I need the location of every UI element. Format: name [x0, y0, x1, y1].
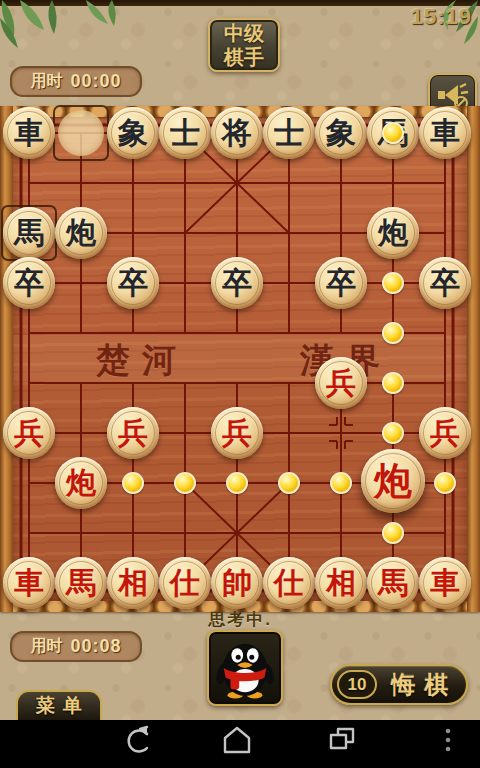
board-piece-red[interactable]: 馬: [55, 557, 107, 609]
board-piece-red[interactable]: 仕: [263, 557, 315, 609]
board-piece-red[interactable]: 炮: [361, 449, 425, 513]
board-piece-black[interactable]: 卒: [107, 257, 159, 309]
board-piece-black[interactable]: 象: [315, 107, 367, 159]
player-timer: 用时 00:08: [10, 631, 142, 662]
board-piece-black[interactable]: 馬: [3, 207, 55, 259]
board-piece-red[interactable]: 馬: [367, 557, 419, 609]
back-icon[interactable]: [129, 727, 147, 752]
recents-icon[interactable]: [331, 729, 353, 748]
board-piece-red[interactable]: 兵: [211, 407, 263, 459]
android-nav-bar: [0, 720, 480, 768]
move-hint-dot[interactable]: [330, 472, 352, 494]
undo-button[interactable]: 10 悔棋: [330, 664, 468, 705]
board-piece-red[interactable]: 仕: [159, 557, 211, 609]
move-hint-dot[interactable]: [434, 472, 456, 494]
move-hint-dot[interactable]: [122, 472, 144, 494]
board-piece-black[interactable]: 士: [263, 107, 315, 159]
board-piece-red[interactable]: 車: [419, 557, 471, 609]
board-piece-red[interactable]: 相: [315, 557, 367, 609]
board-piece-red[interactable]: 帥: [211, 557, 263, 609]
board-piece-black[interactable]: 卒: [3, 257, 55, 309]
undo-count-badge: 10: [337, 670, 377, 699]
board-piece-black[interactable]: 卒: [315, 257, 367, 309]
board-piece-black[interactable]: 象: [107, 107, 159, 159]
move-hint-dot[interactable]: [226, 472, 248, 494]
move-hint-dot[interactable]: [382, 422, 404, 444]
move-hint-dot[interactable]: [382, 272, 404, 294]
undo-button-label: 悔棋: [377, 669, 466, 701]
last-move-origin-marker: [53, 105, 109, 161]
thinking-status: 思考中.: [0, 608, 480, 631]
home-icon[interactable]: [225, 728, 249, 752]
move-hint-dot[interactable]: [278, 472, 300, 494]
player-timer-value: 00:08: [70, 636, 121, 657]
board-piece-black[interactable]: 卒: [419, 257, 471, 309]
board-piece-red[interactable]: 兵: [315, 357, 367, 409]
board-piece-red[interactable]: 相: [107, 557, 159, 609]
overflow-dots-icon[interactable]: [446, 729, 451, 752]
move-hint-dot[interactable]: [382, 322, 404, 344]
board-piece-black[interactable]: 炮: [367, 207, 419, 259]
move-hint-dot[interactable]: [382, 372, 404, 394]
menu-button[interactable]: 菜单: [16, 690, 102, 720]
board-piece-black[interactable]: 卒: [211, 257, 263, 309]
player-timer-label: 用时: [30, 636, 62, 657]
board-piece-black[interactable]: 車: [419, 107, 471, 159]
capture-hint-dot[interactable]: [382, 122, 404, 144]
board-piece-red[interactable]: 兵: [3, 407, 55, 459]
board-piece-black[interactable]: 将: [211, 107, 263, 159]
board-piece-black[interactable]: 車: [3, 107, 55, 159]
board-piece-red[interactable]: 炮: [55, 457, 107, 509]
app-screen: 15:19 中级 棋手 用时 00:00: [0, 0, 480, 768]
move-hint-dot[interactable]: [382, 522, 404, 544]
opponent-avatar: [207, 630, 283, 706]
board-piece-black[interactable]: 炮: [55, 207, 107, 259]
qq-penguin-icon: [214, 637, 276, 699]
board-piece-red[interactable]: 兵: [419, 407, 471, 459]
board-piece-red[interactable]: 兵: [107, 407, 159, 459]
move-hint-dot[interactable]: [174, 472, 196, 494]
board-piece-red[interactable]: 車: [3, 557, 55, 609]
board-piece-black[interactable]: 士: [159, 107, 211, 159]
